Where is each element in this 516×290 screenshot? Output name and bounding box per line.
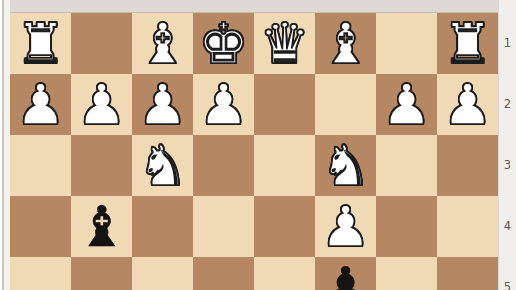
rank-label-2: 2 (499, 74, 516, 135)
square-e1[interactable]: ♚ (193, 13, 254, 74)
square-h5[interactable] (10, 257, 71, 290)
rank-label-5: 5 (499, 257, 516, 290)
square-d3[interactable] (254, 135, 315, 196)
rank-label-4: 4 (499, 196, 516, 257)
black-bishop-piece[interactable]: ♝ (71, 196, 132, 257)
white-pawn-piece[interactable]: ♟ (132, 74, 193, 135)
rank-coordinates-gutter: 1 2 3 4 5 (498, 0, 516, 290)
square-b1[interactable] (376, 13, 437, 74)
square-h3[interactable] (10, 135, 71, 196)
square-a5[interactable] (437, 257, 498, 290)
square-d5[interactable] (254, 257, 315, 290)
square-e4[interactable] (193, 196, 254, 257)
square-e3[interactable] (193, 135, 254, 196)
square-h1[interactable]: ♜ (10, 13, 71, 74)
rank-label-3: 3 (499, 135, 516, 196)
rank-label-1: 1 (499, 13, 516, 74)
square-e2[interactable]: ♟ (193, 74, 254, 135)
square-b2[interactable]: ♟ (376, 74, 437, 135)
white-queen-piece[interactable]: ♛ (254, 13, 315, 74)
square-c2[interactable] (315, 74, 376, 135)
square-b3[interactable] (376, 135, 437, 196)
white-pawn-piece[interactable]: ♟ (10, 74, 71, 135)
square-b5[interactable] (376, 257, 437, 290)
square-a1[interactable]: ♜ (437, 13, 498, 74)
square-f1[interactable]: ♝ (132, 13, 193, 74)
square-h2[interactable]: ♟ (10, 74, 71, 135)
white-knight-piece[interactable]: ♞ (315, 135, 376, 196)
white-pawn-piece[interactable]: ♟ (193, 74, 254, 135)
square-c5[interactable]: ♟ (315, 257, 376, 290)
square-g3[interactable] (71, 135, 132, 196)
square-c4[interactable]: ♟ (315, 196, 376, 257)
white-king-piece[interactable]: ♚ (193, 13, 254, 74)
white-rook-piece[interactable]: ♜ (437, 13, 498, 74)
white-pawn-piece[interactable]: ♟ (376, 74, 437, 135)
square-a2[interactable]: ♟ (437, 74, 498, 135)
square-g2[interactable]: ♟ (71, 74, 132, 135)
square-b4[interactable] (376, 196, 437, 257)
white-rook-piece[interactable]: ♜ (10, 13, 71, 74)
square-g5[interactable] (71, 257, 132, 290)
white-bishop-piece[interactable]: ♝ (132, 13, 193, 74)
square-d4[interactable] (254, 196, 315, 257)
white-pawn-piece[interactable]: ♟ (437, 74, 498, 135)
white-pawn-piece[interactable]: ♟ (315, 196, 376, 257)
square-f2[interactable]: ♟ (132, 74, 193, 135)
square-f3[interactable]: ♞ (132, 135, 193, 196)
square-a3[interactable] (437, 135, 498, 196)
square-a4[interactable] (437, 196, 498, 257)
square-d2[interactable] (254, 74, 315, 135)
square-f5[interactable] (132, 257, 193, 290)
square-e5[interactable] (193, 257, 254, 290)
square-g4[interactable]: ♝ (71, 196, 132, 257)
square-h4[interactable] (10, 196, 71, 257)
white-pawn-piece[interactable]: ♟ (71, 74, 132, 135)
white-knight-piece[interactable]: ♞ (132, 135, 193, 196)
square-c3[interactable]: ♞ (315, 135, 376, 196)
square-d1[interactable]: ♛ (254, 13, 315, 74)
chess-app-viewport: ♜♝♚♛♝♜♟♟♟♟♟♟♞♞♝♟♟ 1 2 3 4 5 (0, 0, 516, 290)
square-c1[interactable]: ♝ (315, 13, 376, 74)
window-left-edge (0, 0, 10, 290)
white-bishop-piece[interactable]: ♝ (315, 13, 376, 74)
window-edge-fill (4, 0, 10, 290)
square-f4[interactable] (132, 196, 193, 257)
black-pawn-piece[interactable]: ♟ (315, 257, 376, 290)
chess-board: ♜♝♚♛♝♜♟♟♟♟♟♟♞♞♝♟♟ (10, 13, 498, 290)
square-g1[interactable] (71, 13, 132, 74)
